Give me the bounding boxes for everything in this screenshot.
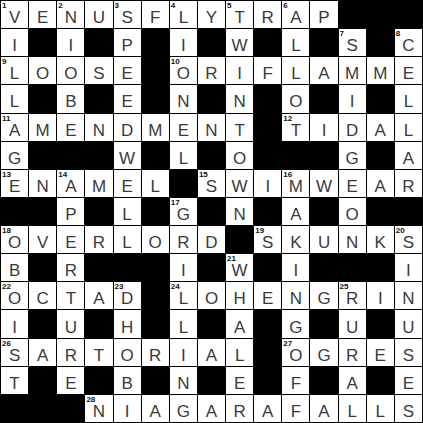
letter-cell[interactable]: N: [170, 367, 197, 394]
letter-cell[interactable]: A: [226, 310, 253, 337]
cell-letter: F: [263, 59, 273, 82]
black-cell: [254, 114, 281, 141]
letter-cell[interactable]: E: [57, 367, 84, 394]
letter-cell[interactable]: P: [57, 198, 84, 225]
cell-letter: E: [234, 369, 245, 392]
letter-cell[interactable]: N: [226, 85, 253, 112]
letter-cell[interactable]: 3S: [114, 1, 141, 28]
letter-cell[interactable]: L: [1, 85, 28, 112]
letter-cell[interactable]: I: [339, 85, 366, 112]
letter-cell[interactable]: G: [339, 142, 366, 169]
black-cell: [367, 29, 394, 56]
letter-cell[interactable]: C: [29, 282, 56, 309]
cell-letter: R: [346, 341, 358, 364]
letter-cell[interactable]: 2N: [57, 1, 84, 28]
letter-cell[interactable]: I: [395, 254, 422, 281]
cell-letter: R: [149, 341, 161, 364]
cell-letter: A: [262, 397, 273, 420]
letter-cell[interactable]: S: [395, 339, 422, 366]
cell-letter: I: [181, 31, 186, 54]
letter-cell[interactable]: W: [114, 142, 141, 169]
letter-cell[interactable]: R: [395, 170, 422, 197]
letter-cell[interactable]: F: [282, 395, 309, 422]
letter-cell[interactable]: L: [170, 142, 197, 169]
letter-cell[interactable]: O: [339, 198, 366, 225]
black-cell: [198, 310, 225, 337]
cell-letter: A: [37, 341, 48, 364]
letter-cell[interactable]: L: [114, 198, 141, 225]
letter-cell[interactable]: N: [339, 226, 366, 253]
letter-cell[interactable]: T: [1, 367, 28, 394]
cell-letter: M: [373, 59, 387, 82]
letter-cell[interactable]: O: [282, 85, 309, 112]
letter-cell[interactable]: T: [85, 339, 112, 366]
letter-cell[interactable]: E: [114, 170, 141, 197]
cell-letter: L: [179, 313, 188, 336]
cell-letter: L: [291, 59, 300, 82]
letter-cell[interactable]: L: [282, 57, 309, 84]
clue-number: 1: [2, 1, 6, 11]
letter-cell[interactable]: 9L: [1, 57, 28, 84]
cell-letter: D: [205, 228, 217, 251]
cell-letter: E: [121, 172, 132, 195]
letter-cell[interactable]: N: [282, 282, 309, 309]
black-cell: [85, 367, 112, 394]
cell-letter: L: [404, 116, 413, 139]
cell-letter: N: [402, 284, 414, 307]
black-cell: [142, 198, 169, 225]
letter-cell[interactable]: H: [226, 282, 253, 309]
letter-cell[interactable]: M: [367, 57, 394, 84]
letter-cell[interactable]: W: [310, 170, 337, 197]
cell-letter: R: [65, 341, 77, 364]
letter-cell[interactable]: L: [395, 114, 422, 141]
cell-letter: R: [233, 397, 245, 420]
clue-number: 17: [171, 198, 180, 208]
letter-cell[interactable]: R: [254, 1, 281, 28]
black-cell: [367, 198, 394, 225]
letter-cell[interactable]: G: [170, 395, 197, 422]
cell-letter: T: [291, 116, 301, 139]
cell-letter: F: [291, 397, 301, 420]
letter-cell[interactable]: N: [395, 282, 422, 309]
letter-cell[interactable]: F: [282, 367, 309, 394]
cell-letter: E: [65, 228, 76, 251]
letter-cell[interactable]: E: [57, 226, 84, 253]
cell-letter: N: [205, 116, 217, 139]
clue-number: 19: [255, 226, 264, 236]
cell-letter: I: [68, 31, 73, 54]
letter-cell[interactable]: 21W: [226, 254, 253, 281]
cell-letter: W: [316, 172, 332, 195]
black-cell: [170, 170, 197, 197]
letter-cell[interactable]: 13E: [1, 170, 28, 197]
cell-letter: C: [402, 31, 414, 54]
cell-letter: L: [179, 144, 188, 167]
letter-cell[interactable]: B: [1, 254, 28, 281]
letter-cell[interactable]: A: [339, 367, 366, 394]
cell-letter: S: [93, 59, 104, 82]
cell-letter: I: [350, 87, 355, 110]
cell-letter: V: [9, 3, 20, 26]
letter-cell[interactable]: U: [310, 226, 337, 253]
letter-cell[interactable]: 28N: [85, 395, 112, 422]
cell-letter: P: [318, 3, 329, 26]
cell-letter: I: [12, 31, 17, 54]
cell-letter: O: [233, 144, 246, 167]
clue-number: 5: [227, 1, 231, 11]
cell-letter: A: [375, 172, 386, 195]
cell-letter: L: [10, 59, 19, 82]
letter-cell[interactable]: 1V: [1, 1, 28, 28]
letter-cell[interactable]: P: [114, 29, 141, 56]
cell-letter: E: [178, 116, 189, 139]
cell-letter: N: [290, 284, 302, 307]
clue-number: 12: [283, 114, 292, 124]
cell-letter: T: [94, 341, 104, 364]
cell-letter: G: [8, 144, 21, 167]
letter-cell[interactable]: 18O: [1, 226, 28, 253]
cell-letter: N: [233, 87, 245, 110]
letter-cell[interactable]: Y: [198, 1, 225, 28]
letter-cell[interactable]: A: [310, 395, 337, 422]
black-cell: [57, 395, 84, 422]
letter-cell[interactable]: I: [282, 254, 309, 281]
letter-cell[interactable]: M: [142, 114, 169, 141]
cell-letter: E: [37, 3, 48, 26]
letter-cell[interactable]: N: [29, 170, 56, 197]
letter-cell[interactable]: L: [367, 395, 394, 422]
letter-cell[interactable]: L: [339, 395, 366, 422]
letter-cell[interactable]: O: [198, 282, 225, 309]
black-cell: [339, 1, 366, 28]
black-cell: [29, 85, 56, 112]
letter-cell[interactable]: I: [367, 282, 394, 309]
letter-cell[interactable]: 17G: [170, 198, 197, 225]
letter-cell[interactable]: S: [395, 395, 422, 422]
letter-cell[interactable]: G: [310, 339, 337, 366]
cell-letter: E: [65, 369, 76, 392]
cell-letter: L: [347, 397, 356, 420]
letter-cell[interactable]: E: [395, 57, 422, 84]
black-cell: [198, 29, 225, 56]
cell-letter: D: [121, 116, 133, 139]
letter-cell[interactable]: M: [339, 57, 366, 84]
black-cell: [29, 254, 56, 281]
letter-cell[interactable]: I: [310, 114, 337, 141]
letter-cell[interactable]: H: [114, 310, 141, 337]
letter-cell[interactable]: O: [57, 57, 84, 84]
black-cell: [395, 1, 422, 28]
letter-cell[interactable]: L: [142, 170, 169, 197]
letter-cell[interactable]: O: [142, 226, 169, 253]
letter-cell[interactable]: T: [57, 282, 84, 309]
letter-cell[interactable]: A: [310, 57, 337, 84]
letter-cell[interactable]: R: [226, 395, 253, 422]
letter-cell[interactable]: D: [198, 226, 225, 253]
black-cell: [114, 254, 141, 281]
cell-letter: P: [65, 200, 76, 223]
letter-cell[interactable]: 7S: [339, 29, 366, 56]
cell-letter: L: [291, 31, 300, 54]
letter-cell[interactable]: A: [142, 395, 169, 422]
cell-letter: A: [206, 341, 217, 364]
letter-cell[interactable]: M: [29, 114, 56, 141]
letter-cell[interactable]: N: [85, 114, 112, 141]
letter-cell[interactable]: E: [339, 170, 366, 197]
cell-letter: N: [93, 116, 105, 139]
black-cell: [254, 142, 281, 169]
letter-cell[interactable]: P: [310, 1, 337, 28]
cell-letter: I: [12, 313, 17, 336]
letter-cell[interactable]: W: [226, 170, 253, 197]
black-cell: [142, 282, 169, 309]
black-cell: [142, 57, 169, 84]
letter-cell[interactable]: G: [1, 142, 28, 169]
letter-cell[interactable]: O: [114, 339, 141, 366]
letter-cell[interactable]: 22O: [1, 282, 28, 309]
cell-letter: I: [125, 397, 130, 420]
cell-letter: M: [148, 116, 162, 139]
letter-cell[interactable]: N: [198, 114, 225, 141]
letter-cell[interactable]: O: [226, 142, 253, 169]
cell-letter: A: [403, 144, 414, 167]
cell-letter: I: [181, 341, 186, 364]
black-cell: [85, 254, 112, 281]
letter-cell[interactable]: I: [254, 170, 281, 197]
letter-cell[interactable]: 24L: [170, 282, 197, 309]
letter-cell[interactable]: V: [29, 226, 56, 253]
clue-number: 20: [396, 226, 405, 236]
cell-letter: R: [177, 228, 189, 251]
letter-cell[interactable]: L: [282, 29, 309, 56]
clue-number: 6: [283, 1, 287, 11]
letter-cell[interactable]: A: [85, 282, 112, 309]
letter-cell[interactable]: 10O: [170, 57, 197, 84]
cell-letter: O: [289, 87, 302, 110]
letter-cell[interactable]: 16M: [282, 170, 309, 197]
letter-cell[interactable]: K: [282, 226, 309, 253]
letter-cell[interactable]: E: [57, 114, 84, 141]
cell-letter: I: [181, 256, 186, 279]
cell-letter: L: [179, 3, 188, 26]
letter-cell[interactable]: S: [85, 57, 112, 84]
letter-cell[interactable]: A: [29, 339, 56, 366]
letter-cell[interactable]: N: [170, 85, 197, 112]
letter-cell[interactable]: 15S: [198, 170, 225, 197]
letter-cell[interactable]: A: [395, 142, 422, 169]
clue-number: 26: [2, 339, 11, 349]
cell-letter: N: [233, 200, 245, 223]
letter-cell[interactable]: U: [85, 1, 112, 28]
black-cell: [198, 198, 225, 225]
black-cell: [310, 85, 337, 112]
black-cell: [57, 142, 84, 169]
cell-letter: G: [317, 341, 330, 364]
cell-letter: K: [290, 228, 301, 251]
letter-cell[interactable]: I: [1, 29, 28, 56]
cell-letter: Y: [206, 3, 217, 26]
cell-letter: U: [93, 3, 105, 26]
clue-number: 15: [199, 170, 208, 180]
letter-cell[interactable]: R: [170, 226, 197, 253]
letter-cell[interactable]: R: [339, 339, 366, 366]
letter-cell[interactable]: 27O: [282, 339, 309, 366]
cell-letter: G: [289, 313, 302, 336]
letter-cell[interactable]: E: [254, 282, 281, 309]
letter-cell[interactable]: E: [367, 339, 394, 366]
letter-cell[interactable]: E: [114, 57, 141, 84]
black-cell: [254, 254, 281, 281]
black-cell: [310, 367, 337, 394]
clue-number: 9: [2, 57, 6, 67]
letter-cell[interactable]: I: [1, 310, 28, 337]
black-cell: [254, 339, 281, 366]
letter-cell[interactable]: R: [198, 57, 225, 84]
letter-cell[interactable]: E: [226, 367, 253, 394]
cell-letter: M: [345, 59, 359, 82]
black-cell: [198, 142, 225, 169]
letter-cell[interactable]: F: [142, 1, 169, 28]
clue-number: 18: [2, 226, 11, 236]
letter-cell[interactable]: A: [198, 395, 225, 422]
letter-cell[interactable]: A: [367, 170, 394, 197]
clue-number: 21: [227, 254, 236, 264]
clue-number: 22: [2, 282, 11, 292]
letter-cell[interactable]: E: [29, 1, 56, 28]
letter-cell[interactable]: 25R: [339, 282, 366, 309]
cell-letter: A: [375, 116, 386, 139]
letter-cell[interactable]: R: [57, 254, 84, 281]
letter-cell[interactable]: 14A: [57, 170, 84, 197]
letter-cell[interactable]: U: [57, 310, 84, 337]
letter-cell[interactable]: I: [114, 395, 141, 422]
black-cell: [1, 198, 28, 225]
letter-cell[interactable]: A: [198, 339, 225, 366]
letter-cell[interactable]: 23D: [114, 282, 141, 309]
cell-letter: O: [205, 284, 218, 307]
letter-cell[interactable]: A: [282, 198, 309, 225]
letter-cell[interactable]: L: [170, 310, 197, 337]
cell-letter: O: [36, 59, 49, 82]
letter-cell[interactable]: U: [339, 310, 366, 337]
letter-cell[interactable]: B: [57, 85, 84, 112]
cell-letter: L: [10, 87, 19, 110]
letter-cell[interactable]: 20S: [395, 226, 422, 253]
black-cell: [29, 367, 56, 394]
letter-cell[interactable]: 8C: [395, 29, 422, 56]
letter-cell[interactable]: U: [395, 310, 422, 337]
letter-cell[interactable]: L: [395, 85, 422, 112]
letter-cell[interactable]: F: [254, 57, 281, 84]
letter-cell[interactable]: 19S: [254, 226, 281, 253]
cell-letter: N: [346, 228, 358, 251]
cell-letter: L: [376, 397, 385, 420]
cell-letter: A: [150, 397, 161, 420]
cell-letter: R: [262, 3, 274, 26]
letter-cell[interactable]: 6A: [282, 1, 309, 28]
black-cell: [367, 1, 394, 28]
black-cell: [142, 310, 169, 337]
letter-cell[interactable]: T: [226, 114, 253, 141]
letter-cell[interactable]: O: [29, 57, 56, 84]
letter-cell[interactable]: I: [170, 339, 197, 366]
black-cell: [29, 198, 56, 225]
letter-cell[interactable]: D: [114, 114, 141, 141]
black-cell: [310, 142, 337, 169]
cell-letter: M: [36, 116, 50, 139]
letter-cell[interactable]: 4L: [170, 1, 197, 28]
black-cell: [254, 29, 281, 56]
letter-cell[interactable]: I: [226, 57, 253, 84]
cell-letter: C: [37, 284, 49, 307]
black-cell: [367, 254, 394, 281]
letter-cell[interactable]: 12T: [282, 114, 309, 141]
letter-cell[interactable]: 5T: [226, 1, 253, 28]
letter-cell[interactable]: I: [170, 254, 197, 281]
letter-cell[interactable]: A: [254, 395, 281, 422]
black-cell: [254, 85, 281, 112]
cell-letter: U: [65, 313, 77, 336]
letter-cell[interactable]: D: [339, 114, 366, 141]
letter-cell[interactable]: 26S: [1, 339, 28, 366]
letter-cell[interactable]: N: [226, 198, 253, 225]
letter-cell[interactable]: R: [57, 339, 84, 366]
letter-cell[interactable]: E: [114, 85, 141, 112]
black-cell: [85, 310, 112, 337]
cell-letter: I: [378, 284, 383, 307]
letter-cell[interactable]: R: [85, 226, 112, 253]
letter-cell[interactable]: R: [142, 339, 169, 366]
black-cell: [226, 226, 253, 253]
clue-number: 16: [283, 170, 292, 180]
cell-letter: M: [92, 172, 106, 195]
cell-letter: L: [150, 172, 159, 195]
black-cell: [367, 367, 394, 394]
letter-cell[interactable]: I: [170, 29, 197, 56]
letter-cell[interactable]: I: [57, 29, 84, 56]
letter-cell[interactable]: L: [226, 339, 253, 366]
cell-letter: W: [232, 31, 248, 54]
letter-cell[interactable]: L: [114, 226, 141, 253]
black-cell: [310, 198, 337, 225]
letter-cell[interactable]: A: [367, 114, 394, 141]
cell-letter: T: [66, 284, 76, 307]
letter-cell[interactable]: E: [170, 114, 197, 141]
cell-letter: S: [403, 341, 414, 364]
letter-cell[interactable]: E: [395, 367, 422, 394]
letter-cell[interactable]: K: [367, 226, 394, 253]
clue-number: 14: [58, 170, 67, 180]
letter-cell[interactable]: G: [282, 310, 309, 337]
cell-letter: S: [121, 3, 132, 26]
cell-letter: G: [177, 397, 190, 420]
clue-number: 10: [171, 57, 180, 67]
cell-letter: O: [120, 341, 133, 364]
cell-letter: A: [318, 397, 329, 420]
letter-cell[interactable]: G: [310, 282, 337, 309]
letter-cell[interactable]: 11A: [1, 114, 28, 141]
cell-letter: B: [121, 369, 132, 392]
letter-cell[interactable]: W: [226, 29, 253, 56]
black-cell: [339, 254, 366, 281]
cell-letter: H: [121, 313, 133, 336]
black-cell: [254, 198, 281, 225]
letter-cell[interactable]: B: [114, 367, 141, 394]
cell-letter: T: [234, 116, 244, 139]
cell-letter: S: [403, 397, 414, 420]
letter-cell[interactable]: M: [85, 170, 112, 197]
